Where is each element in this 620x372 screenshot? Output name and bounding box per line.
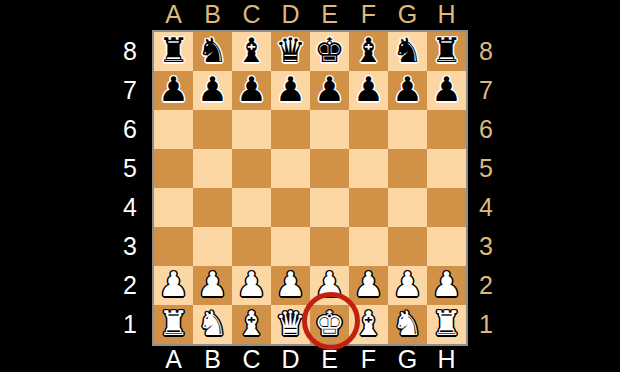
black-knight: ♞ xyxy=(197,31,227,70)
rank-labels-left: 87654321 xyxy=(112,32,148,344)
square-c4[interactable] xyxy=(232,188,271,227)
black-pawn: ♟ xyxy=(353,70,383,109)
black-queen: ♛ xyxy=(275,31,305,70)
rank-label: 5 xyxy=(112,149,148,188)
file-label: D xyxy=(271,0,310,29)
white-pawn: ♟ xyxy=(392,265,422,304)
white-pawn: ♟ xyxy=(431,265,461,304)
square-b5[interactable] xyxy=(193,149,232,188)
rank-label: 6 xyxy=(112,110,148,149)
square-f5[interactable] xyxy=(349,149,388,188)
square-d3[interactable] xyxy=(271,227,310,266)
rank-label: 7 xyxy=(468,71,504,110)
black-rook: ♜ xyxy=(431,31,461,70)
white-rook: ♜ xyxy=(158,304,188,343)
square-f6[interactable] xyxy=(349,110,388,149)
file-label: A xyxy=(154,0,193,29)
square-f2[interactable]: ♟ xyxy=(349,266,388,305)
square-e7[interactable]: ♟ xyxy=(310,71,349,110)
file-label: H xyxy=(427,345,466,372)
square-d7[interactable]: ♟ xyxy=(271,71,310,110)
rank-label: 5 xyxy=(468,149,504,188)
square-c6[interactable] xyxy=(232,110,271,149)
white-bishop: ♝ xyxy=(353,304,383,343)
square-a6[interactable] xyxy=(154,110,193,149)
rank-label: 7 xyxy=(112,71,148,110)
square-h6[interactable] xyxy=(427,110,466,149)
square-f7[interactable]: ♟ xyxy=(349,71,388,110)
square-h1[interactable]: ♜ xyxy=(427,305,466,344)
square-g1[interactable]: ♞ xyxy=(388,305,427,344)
black-pawn: ♟ xyxy=(392,70,422,109)
file-label: C xyxy=(232,345,271,372)
square-b4[interactable] xyxy=(193,188,232,227)
square-c1[interactable]: ♝ xyxy=(232,305,271,344)
white-pawn: ♟ xyxy=(197,265,227,304)
square-c5[interactable] xyxy=(232,149,271,188)
white-pawn: ♟ xyxy=(158,265,188,304)
file-label: E xyxy=(310,0,349,29)
white-pawn: ♟ xyxy=(275,265,305,304)
rank-label: 8 xyxy=(112,32,148,71)
white-king: ♚ xyxy=(314,304,344,343)
square-a8[interactable]: ♜ xyxy=(154,32,193,71)
square-h7[interactable]: ♟ xyxy=(427,71,466,110)
square-g5[interactable] xyxy=(388,149,427,188)
square-g6[interactable] xyxy=(388,110,427,149)
square-f4[interactable] xyxy=(349,188,388,227)
square-a1[interactable]: ♜ xyxy=(154,305,193,344)
file-label: C xyxy=(232,0,271,29)
file-label: F xyxy=(349,0,388,29)
square-a3[interactable] xyxy=(154,227,193,266)
black-king: ♚ xyxy=(314,31,344,70)
file-label: A xyxy=(154,345,193,372)
square-f3[interactable] xyxy=(349,227,388,266)
file-labels-top: ABCDEFGH xyxy=(154,0,466,28)
rank-label: 8 xyxy=(468,32,504,71)
square-g7[interactable]: ♟ xyxy=(388,71,427,110)
file-labels-bottom: ABCDEFGH xyxy=(154,345,466,372)
rank-label: 4 xyxy=(112,188,148,227)
square-e1[interactable]: ♚ xyxy=(310,305,349,344)
square-e5[interactable] xyxy=(310,149,349,188)
square-a7[interactable]: ♟ xyxy=(154,71,193,110)
square-e8[interactable]: ♚ xyxy=(310,32,349,71)
square-f8[interactable]: ♝ xyxy=(349,32,388,71)
square-e2[interactable]: ♟ xyxy=(310,266,349,305)
file-label: F xyxy=(349,345,388,372)
black-pawn: ♟ xyxy=(431,70,461,109)
square-b3[interactable] xyxy=(193,227,232,266)
chess-board: ♜♞♝♛♚♝♞♜♟♟♟♟♟♟♟♟♟♟♟♟♟♟♟♟♜♞♝♛♚♝♞♜ xyxy=(152,30,468,346)
square-e4[interactable] xyxy=(310,188,349,227)
square-b7[interactable]: ♟ xyxy=(193,71,232,110)
rank-label: 3 xyxy=(112,227,148,266)
square-g4[interactable] xyxy=(388,188,427,227)
black-pawn: ♟ xyxy=(275,70,305,109)
white-bishop: ♝ xyxy=(236,304,266,343)
rank-label: 4 xyxy=(468,188,504,227)
file-label: G xyxy=(388,0,427,29)
white-knight: ♞ xyxy=(392,304,422,343)
rank-label: 1 xyxy=(112,305,148,344)
square-g8[interactable]: ♞ xyxy=(388,32,427,71)
square-d2[interactable]: ♟ xyxy=(271,266,310,305)
square-g2[interactable]: ♟ xyxy=(388,266,427,305)
file-label: E xyxy=(310,345,349,372)
file-label: H xyxy=(427,0,466,29)
rank-label: 1 xyxy=(468,305,504,344)
rank-label: 2 xyxy=(112,266,148,305)
square-h4[interactable] xyxy=(427,188,466,227)
file-label: B xyxy=(193,0,232,29)
square-e3[interactable] xyxy=(310,227,349,266)
square-h8[interactable]: ♜ xyxy=(427,32,466,71)
square-d5[interactable] xyxy=(271,149,310,188)
white-pawn: ♟ xyxy=(353,265,383,304)
black-rook: ♜ xyxy=(158,31,188,70)
black-bishop: ♝ xyxy=(236,31,266,70)
square-b1[interactable]: ♞ xyxy=(193,305,232,344)
file-label: D xyxy=(271,345,310,372)
square-h5[interactable] xyxy=(427,149,466,188)
chess-diagram: ABCDEFGH 87654321 ♜♞♝♛♚♝♞♜♟♟♟♟♟♟♟♟♟♟♟♟♟♟… xyxy=(0,0,620,372)
square-f1[interactable]: ♝ xyxy=(349,305,388,344)
rank-label: 2 xyxy=(468,266,504,305)
square-a2[interactable]: ♟ xyxy=(154,266,193,305)
black-pawn: ♟ xyxy=(158,70,188,109)
square-g3[interactable] xyxy=(388,227,427,266)
square-d1[interactable]: ♛ xyxy=(271,305,310,344)
black-pawn: ♟ xyxy=(197,70,227,109)
square-d4[interactable] xyxy=(271,188,310,227)
white-pawn: ♟ xyxy=(236,265,266,304)
white-queen: ♛ xyxy=(275,304,305,343)
square-c3[interactable] xyxy=(232,227,271,266)
black-pawn: ♟ xyxy=(236,70,266,109)
square-c2[interactable]: ♟ xyxy=(232,266,271,305)
square-b2[interactable]: ♟ xyxy=(193,266,232,305)
black-knight: ♞ xyxy=(392,31,422,70)
white-pawn: ♟ xyxy=(314,265,344,304)
rank-labels-right: 87654321 xyxy=(468,32,504,344)
square-d8[interactable]: ♛ xyxy=(271,32,310,71)
black-bishop: ♝ xyxy=(353,31,383,70)
black-pawn: ♟ xyxy=(314,70,344,109)
file-label: G xyxy=(388,345,427,372)
rank-label: 6 xyxy=(468,110,504,149)
square-b6[interactable] xyxy=(193,110,232,149)
square-h3[interactable] xyxy=(427,227,466,266)
square-a5[interactable] xyxy=(154,149,193,188)
white-rook: ♜ xyxy=(431,304,461,343)
square-b8[interactable]: ♞ xyxy=(193,32,232,71)
file-label: B xyxy=(193,345,232,372)
square-e6[interactable] xyxy=(310,110,349,149)
square-a4[interactable] xyxy=(154,188,193,227)
square-d6[interactable] xyxy=(271,110,310,149)
square-c7[interactable]: ♟ xyxy=(232,71,271,110)
white-knight: ♞ xyxy=(197,304,227,343)
square-c8[interactable]: ♝ xyxy=(232,32,271,71)
rank-label: 3 xyxy=(468,227,504,266)
square-h2[interactable]: ♟ xyxy=(427,266,466,305)
